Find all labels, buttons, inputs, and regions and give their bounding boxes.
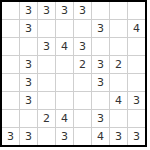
empty-cell-r7c5[interactable] [74,110,91,127]
empty-cell-r1c7[interactable] [110,2,127,19]
empty-cell-r3c2[interactable] [20,38,37,55]
clue-cell-r7c6: 3 [92,110,109,127]
clue-cell-r8c4: 3 [56,128,73,145]
clue-cell-r2c2: 3 [20,20,37,37]
empty-cell-r4c8[interactable] [128,56,145,73]
empty-cell-r6c6[interactable] [92,92,109,109]
empty-cell-r4c4[interactable] [56,56,73,73]
empty-cell-r1c1[interactable] [2,2,19,19]
clue-cell-r4c7: 2 [110,56,127,73]
empty-cell-r3c7[interactable] [110,38,127,55]
clue-cell-r3c3: 3 [38,38,55,55]
clue-cell-r8c8: 3 [128,128,145,145]
empty-cell-r1c6[interactable] [92,2,109,19]
empty-cell-r5c4[interactable] [56,74,73,91]
empty-cell-r5c1[interactable] [2,74,19,91]
empty-cell-r8c5[interactable] [74,128,91,145]
clue-cell-r5c6: 3 [92,74,109,91]
clue-cell-r8c6: 4 [92,128,109,145]
empty-cell-r2c5[interactable] [74,20,91,37]
empty-cell-r7c7[interactable] [110,110,127,127]
clue-cell-r1c3: 3 [38,2,55,19]
clue-cell-r8c7: 3 [110,128,127,145]
clue-cell-r7c4: 4 [56,110,73,127]
empty-cell-r5c5[interactable] [74,74,91,91]
clue-cell-r2c8: 4 [128,20,145,37]
clue-cell-r4c5: 2 [74,56,91,73]
clue-cell-r7c3: 2 [38,110,55,127]
clue-cell-r4c2: 3 [20,56,37,73]
clue-cell-r3c5: 3 [74,38,91,55]
empty-cell-r3c1[interactable] [2,38,19,55]
empty-cell-r6c3[interactable] [38,92,55,109]
empty-cell-r6c1[interactable] [2,92,19,109]
empty-cell-r2c1[interactable] [2,20,19,37]
empty-cell-r7c2[interactable] [20,110,37,127]
clue-cell-r8c1: 3 [2,128,19,145]
empty-cell-r5c8[interactable] [128,74,145,91]
clue-cell-r6c8: 3 [128,92,145,109]
clue-cell-r5c2: 3 [20,74,37,91]
empty-cell-r1c8[interactable] [128,2,145,19]
empty-cell-r5c3[interactable] [38,74,55,91]
empty-cell-r5c7[interactable] [110,74,127,91]
empty-cell-r2c4[interactable] [56,20,73,37]
clue-cell-r1c2: 3 [20,2,37,19]
clue-cell-r8c2: 3 [20,128,37,145]
minesweeper-board: 3333334343323233343243333433 [0,0,147,147]
empty-cell-r2c3[interactable] [38,20,55,37]
empty-cell-r7c1[interactable] [2,110,19,127]
clue-cell-r1c4: 3 [56,2,73,19]
empty-cell-r3c6[interactable] [92,38,109,55]
empty-cell-r2c7[interactable] [110,20,127,37]
empty-cell-r6c5[interactable] [74,92,91,109]
clue-cell-r1c5: 3 [74,2,91,19]
clue-cell-r2c6: 3 [92,20,109,37]
empty-cell-r8c3[interactable] [38,128,55,145]
clue-cell-r3c4: 4 [56,38,73,55]
clue-cell-r4c6: 3 [92,56,109,73]
empty-cell-r3c8[interactable] [128,38,145,55]
clue-cell-r6c7: 4 [110,92,127,109]
empty-cell-r6c4[interactable] [56,92,73,109]
empty-cell-r7c8[interactable] [128,110,145,127]
clue-cell-r6c2: 3 [20,92,37,109]
empty-cell-r4c3[interactable] [38,56,55,73]
empty-cell-r4c1[interactable] [2,56,19,73]
